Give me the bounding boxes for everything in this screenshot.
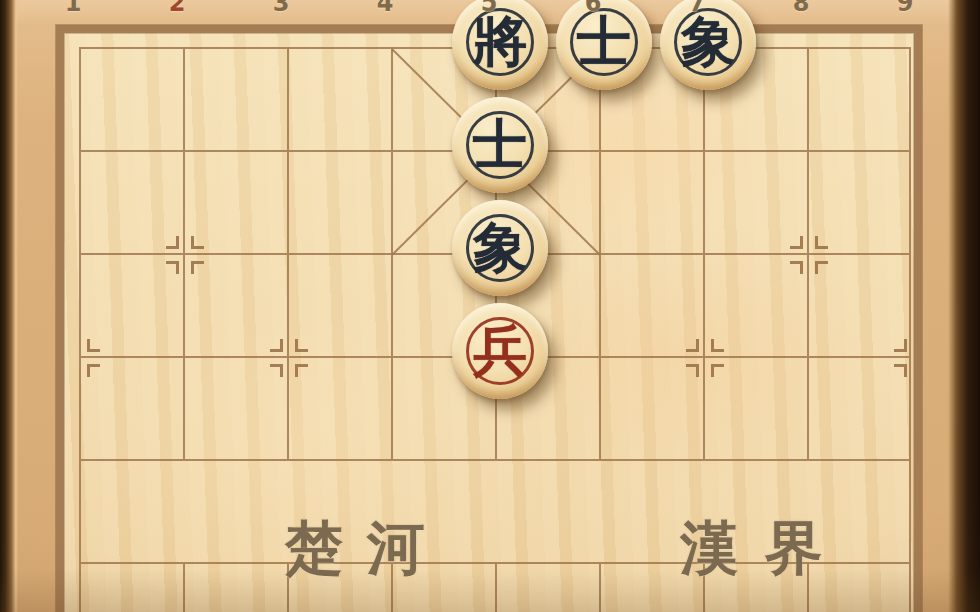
piece-glyph: 兵 bbox=[452, 318, 548, 382]
black-advisor-2-piece[interactable]: 士 bbox=[452, 97, 548, 193]
black-elephant-2-piece[interactable]: 象 bbox=[452, 200, 548, 296]
point-marker-corner bbox=[894, 339, 907, 352]
column-label-3: 3 bbox=[261, 0, 301, 15]
board-cell[interactable] bbox=[79, 459, 183, 562]
column-label-7: 7 bbox=[677, 0, 717, 15]
piece-glyph: 象 bbox=[452, 215, 548, 279]
river-label-chuhe: 楚河 bbox=[285, 510, 449, 588]
board-cell[interactable] bbox=[183, 459, 287, 562]
column-label-8: 8 bbox=[781, 0, 821, 15]
piece-glyph: 象 bbox=[660, 9, 756, 73]
point-marker-corner bbox=[87, 339, 100, 352]
board-cell[interactable] bbox=[183, 47, 287, 150]
column-label-5: 5 bbox=[469, 0, 509, 15]
board-cell[interactable] bbox=[599, 150, 703, 253]
point-marker-corner bbox=[270, 364, 283, 377]
red-pawn-piece[interactable]: 兵 bbox=[452, 303, 548, 399]
point-marker-corner bbox=[191, 261, 204, 274]
point-marker-corner bbox=[191, 236, 204, 249]
point-marker-corner bbox=[166, 236, 179, 249]
board-cell[interactable] bbox=[79, 47, 183, 150]
point-marker-corner bbox=[711, 364, 724, 377]
xiangqi-board-screen: 123456789 楚河 漢界 將士象士象兵 bbox=[0, 0, 980, 612]
point-marker-corner bbox=[894, 364, 907, 377]
board-cell[interactable] bbox=[183, 562, 287, 612]
point-marker-corner bbox=[711, 339, 724, 352]
board-cell[interactable] bbox=[495, 459, 599, 562]
point-marker-corner bbox=[295, 364, 308, 377]
point-marker-corner bbox=[790, 261, 803, 274]
column-label-4: 4 bbox=[365, 0, 405, 15]
point-marker-corner bbox=[270, 339, 283, 352]
column-label-1: 1 bbox=[53, 0, 93, 15]
board-cell[interactable] bbox=[807, 47, 911, 150]
table-edge-right bbox=[948, 0, 980, 612]
piece-glyph: 將 bbox=[452, 9, 548, 73]
column-label-9: 9 bbox=[885, 0, 925, 15]
board-cell[interactable] bbox=[79, 562, 183, 612]
river-label-hanjie: 漢界 bbox=[680, 510, 850, 588]
piece-glyph: 士 bbox=[452, 112, 548, 176]
point-marker-corner bbox=[686, 339, 699, 352]
point-marker-corner bbox=[790, 236, 803, 249]
point-marker-corner bbox=[686, 364, 699, 377]
point-marker-corner bbox=[87, 364, 100, 377]
point-marker-corner bbox=[295, 339, 308, 352]
point-marker-corner bbox=[815, 236, 828, 249]
column-label-2: 2 bbox=[157, 0, 197, 15]
board-cell[interactable] bbox=[287, 150, 391, 253]
table-edge-left bbox=[0, 0, 18, 612]
point-marker-corner bbox=[166, 261, 179, 274]
board-cell[interactable] bbox=[287, 47, 391, 150]
point-marker-corner bbox=[815, 261, 828, 274]
column-label-6: 6 bbox=[573, 0, 613, 15]
board-cell[interactable] bbox=[495, 562, 599, 612]
board-frame: 楚河 漢界 將士象士象兵 bbox=[56, 25, 922, 612]
piece-glyph: 士 bbox=[556, 9, 652, 73]
